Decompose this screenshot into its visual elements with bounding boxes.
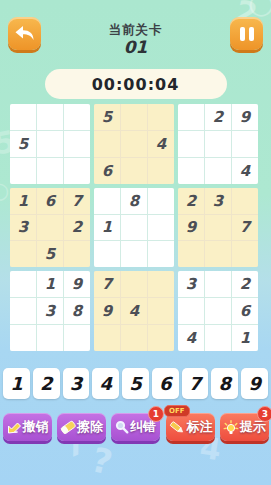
sudoku-cell-r7c7[interactable]: 3	[178, 271, 204, 297]
sudoku-block-1-2: 546	[94, 104, 174, 184]
eraser-icon	[60, 420, 76, 434]
pause-button[interactable]	[230, 17, 263, 50]
notes-mode-badge: OFF	[164, 405, 190, 417]
sudoku-block-3-3: 32641	[178, 271, 258, 351]
notes-label: 标注	[187, 418, 213, 436]
sudoku-cell-r8c9[interactable]: 6	[232, 298, 258, 324]
sudoku-cell-r9c1[interactable]	[10, 325, 36, 351]
erase-label: 擦除	[77, 418, 103, 436]
pencil-icon	[169, 420, 186, 435]
sudoku-cell-r7c4[interactable]: 7	[94, 271, 120, 297]
sudoku-cell-r7c3[interactable]: 9	[64, 271, 90, 297]
sudoku-cell-r5c9[interactable]: 7	[232, 215, 258, 241]
sudoku-cell-r8c2[interactable]: 3	[37, 298, 63, 324]
sudoku-cell-r4c4[interactable]	[94, 188, 120, 214]
sudoku-cell-r7c8[interactable]	[205, 271, 231, 297]
sudoku-cell-r4c6[interactable]	[148, 188, 174, 214]
sudoku-cell-r2c3[interactable]	[64, 131, 90, 157]
sudoku-block-3-1: 1938	[10, 271, 90, 351]
numpad-button-3[interactable]: 3	[63, 368, 90, 399]
sudoku-cell-r1c9[interactable]: 9	[232, 104, 258, 130]
numpad-button-9[interactable]: 9	[241, 368, 268, 399]
sudoku-block-2-1: 167325	[10, 188, 90, 268]
sudoku-cell-r5c5[interactable]	[121, 215, 147, 241]
sudoku-cell-r1c2[interactable]	[37, 104, 63, 130]
sudoku-cell-r2c4[interactable]	[94, 131, 120, 157]
sudoku-cell-r8c4[interactable]: 9	[94, 298, 120, 324]
sudoku-cell-r7c2[interactable]: 1	[37, 271, 63, 297]
numpad-button-8[interactable]: 8	[211, 368, 238, 399]
sudoku-cell-r9c8[interactable]	[205, 325, 231, 351]
sudoku-cell-r9c7[interactable]: 4	[178, 325, 204, 351]
undo-button[interactable]: 撤销	[3, 413, 52, 441]
sudoku-cell-r8c1[interactable]	[10, 298, 36, 324]
bulb-icon	[223, 420, 239, 435]
sudoku-cell-r3c1[interactable]	[10, 158, 36, 184]
sudoku-cell-r6c5[interactable]	[121, 241, 147, 267]
sudoku-cell-r4c5[interactable]: 8	[121, 188, 147, 214]
sudoku-cell-r4c3[interactable]: 7	[64, 188, 90, 214]
sudoku-game-screen: 2○5○7?4 当前关卡 01 00:00:04 554629416732581…	[0, 0, 271, 485]
sudoku-block-2-2: 81	[94, 188, 174, 268]
sudoku-cell-r2c9[interactable]	[232, 131, 258, 157]
numpad-button-2[interactable]: 2	[33, 368, 60, 399]
pause-icon	[240, 27, 245, 41]
pause-icon	[249, 27, 254, 41]
numpad-button-5[interactable]: 5	[122, 368, 149, 399]
hint-button[interactable]: 提示 3	[220, 413, 269, 441]
background-decoration: ○	[0, 180, 9, 202]
sudoku-cell-r5c1[interactable]: 3	[10, 215, 36, 241]
sudoku-cell-r8c5[interactable]: 4	[121, 298, 147, 324]
sudoku-cell-r9c2[interactable]	[37, 325, 63, 351]
sudoku-cell-r8c6[interactable]	[148, 298, 174, 324]
numpad-button-6[interactable]: 6	[152, 368, 179, 399]
sudoku-cell-r7c1[interactable]	[10, 271, 36, 297]
sudoku-cell-r9c3[interactable]	[64, 325, 90, 351]
sudoku-cell-r3c8[interactable]	[205, 158, 231, 184]
sudoku-cell-r6c6[interactable]	[148, 241, 174, 267]
sudoku-cell-r5c6[interactable]	[148, 215, 174, 241]
sudoku-cell-r6c4[interactable]	[94, 241, 120, 267]
sudoku-cell-r5c2[interactable]	[37, 215, 63, 241]
sudoku-cell-r8c3[interactable]: 8	[64, 298, 90, 324]
sudoku-cell-r2c1[interactable]: 5	[10, 131, 36, 157]
sudoku-cell-r4c9[interactable]	[232, 188, 258, 214]
hint-badge: 3	[257, 406, 271, 422]
numpad-button-4[interactable]: 4	[92, 368, 119, 399]
sudoku-cell-r8c7[interactable]	[178, 298, 204, 324]
sudoku-cell-r3c4[interactable]: 6	[94, 158, 120, 184]
sudoku-cell-r2c8[interactable]	[205, 131, 231, 157]
sudoku-cell-r6c9[interactable]	[232, 241, 258, 267]
sudoku-cell-r6c2[interactable]: 5	[37, 241, 63, 267]
sudoku-cell-r2c5[interactable]	[121, 131, 147, 157]
sudoku-cell-r5c8[interactable]	[205, 215, 231, 241]
magnifier-icon	[115, 420, 129, 434]
sudoku-cell-r1c6[interactable]	[148, 104, 174, 130]
sudoku-cell-r1c5[interactable]	[121, 104, 147, 130]
sudoku-cell-r7c6[interactable]	[148, 271, 174, 297]
check-errors-badge: 1	[148, 406, 164, 422]
undo-label: 撤销	[23, 418, 49, 436]
sudoku-cell-r8c8[interactable]	[205, 298, 231, 324]
sudoku-cell-r2c7[interactable]	[178, 131, 204, 157]
background-decoration: ○	[248, 0, 271, 18]
undo-arrow-icon	[7, 420, 22, 434]
sudoku-board: 5546294167325812397193879432641	[10, 104, 258, 351]
timer-display: 00:00:04	[45, 69, 227, 99]
numpad-button-7[interactable]: 7	[182, 368, 209, 399]
sudoku-cell-r4c1[interactable]: 1	[10, 188, 36, 214]
sudoku-cell-r9c9[interactable]: 1	[232, 325, 258, 351]
sudoku-cell-r3c9[interactable]: 4	[232, 158, 258, 184]
sudoku-cell-r1c1[interactable]	[10, 104, 36, 130]
sudoku-cell-r9c6[interactable]	[148, 325, 174, 351]
sudoku-cell-r6c1[interactable]	[10, 241, 36, 267]
sudoku-cell-r4c8[interactable]: 3	[205, 188, 231, 214]
background-decoration: ?	[88, 442, 115, 480]
sudoku-cell-r9c4[interactable]	[94, 325, 120, 351]
sudoku-block-3-2: 794	[94, 271, 174, 351]
number-pad: 123456789	[3, 368, 268, 399]
sudoku-cell-r6c8[interactable]	[205, 241, 231, 267]
check-errors-button[interactable]: 纠错 1	[111, 413, 160, 441]
sudoku-cell-r6c7[interactable]	[178, 241, 204, 267]
sudoku-cell-r3c5[interactable]	[121, 158, 147, 184]
sudoku-cell-r1c8[interactable]: 2	[205, 104, 231, 130]
sudoku-cell-r6c3[interactable]	[64, 241, 90, 267]
sudoku-cell-r4c2[interactable]: 6	[37, 188, 63, 214]
sudoku-cell-r5c3[interactable]: 2	[64, 215, 90, 241]
sudoku-cell-r9c5[interactable]	[121, 325, 147, 351]
sudoku-cell-r1c3[interactable]	[64, 104, 90, 130]
sudoku-cell-r3c6[interactable]	[148, 158, 174, 184]
sudoku-cell-r3c2[interactable]	[37, 158, 63, 184]
notes-button[interactable]: 标注 OFF	[166, 413, 215, 441]
sudoku-block-1-1: 5	[10, 104, 90, 184]
sudoku-cell-r5c4[interactable]: 1	[94, 215, 120, 241]
sudoku-cell-r7c5[interactable]	[121, 271, 147, 297]
sudoku-cell-r1c4[interactable]: 5	[94, 104, 120, 130]
sudoku-block-1-3: 294	[178, 104, 258, 184]
sudoku-cell-r1c7[interactable]	[178, 104, 204, 130]
sudoku-cell-r4c7[interactable]: 2	[178, 188, 204, 214]
sudoku-cell-r3c3[interactable]	[64, 158, 90, 184]
sudoku-block-2-3: 2397	[178, 188, 258, 268]
sudoku-cell-r5c7[interactable]: 9	[178, 215, 204, 241]
numpad-button-1[interactable]: 1	[3, 368, 30, 399]
sudoku-cell-r3c7[interactable]	[178, 158, 204, 184]
sudoku-cell-r7c9[interactable]: 2	[232, 271, 258, 297]
sudoku-cell-r2c2[interactable]	[37, 131, 63, 157]
sudoku-cell-r2c6[interactable]: 4	[148, 131, 174, 157]
erase-button[interactable]: 擦除	[57, 413, 106, 441]
